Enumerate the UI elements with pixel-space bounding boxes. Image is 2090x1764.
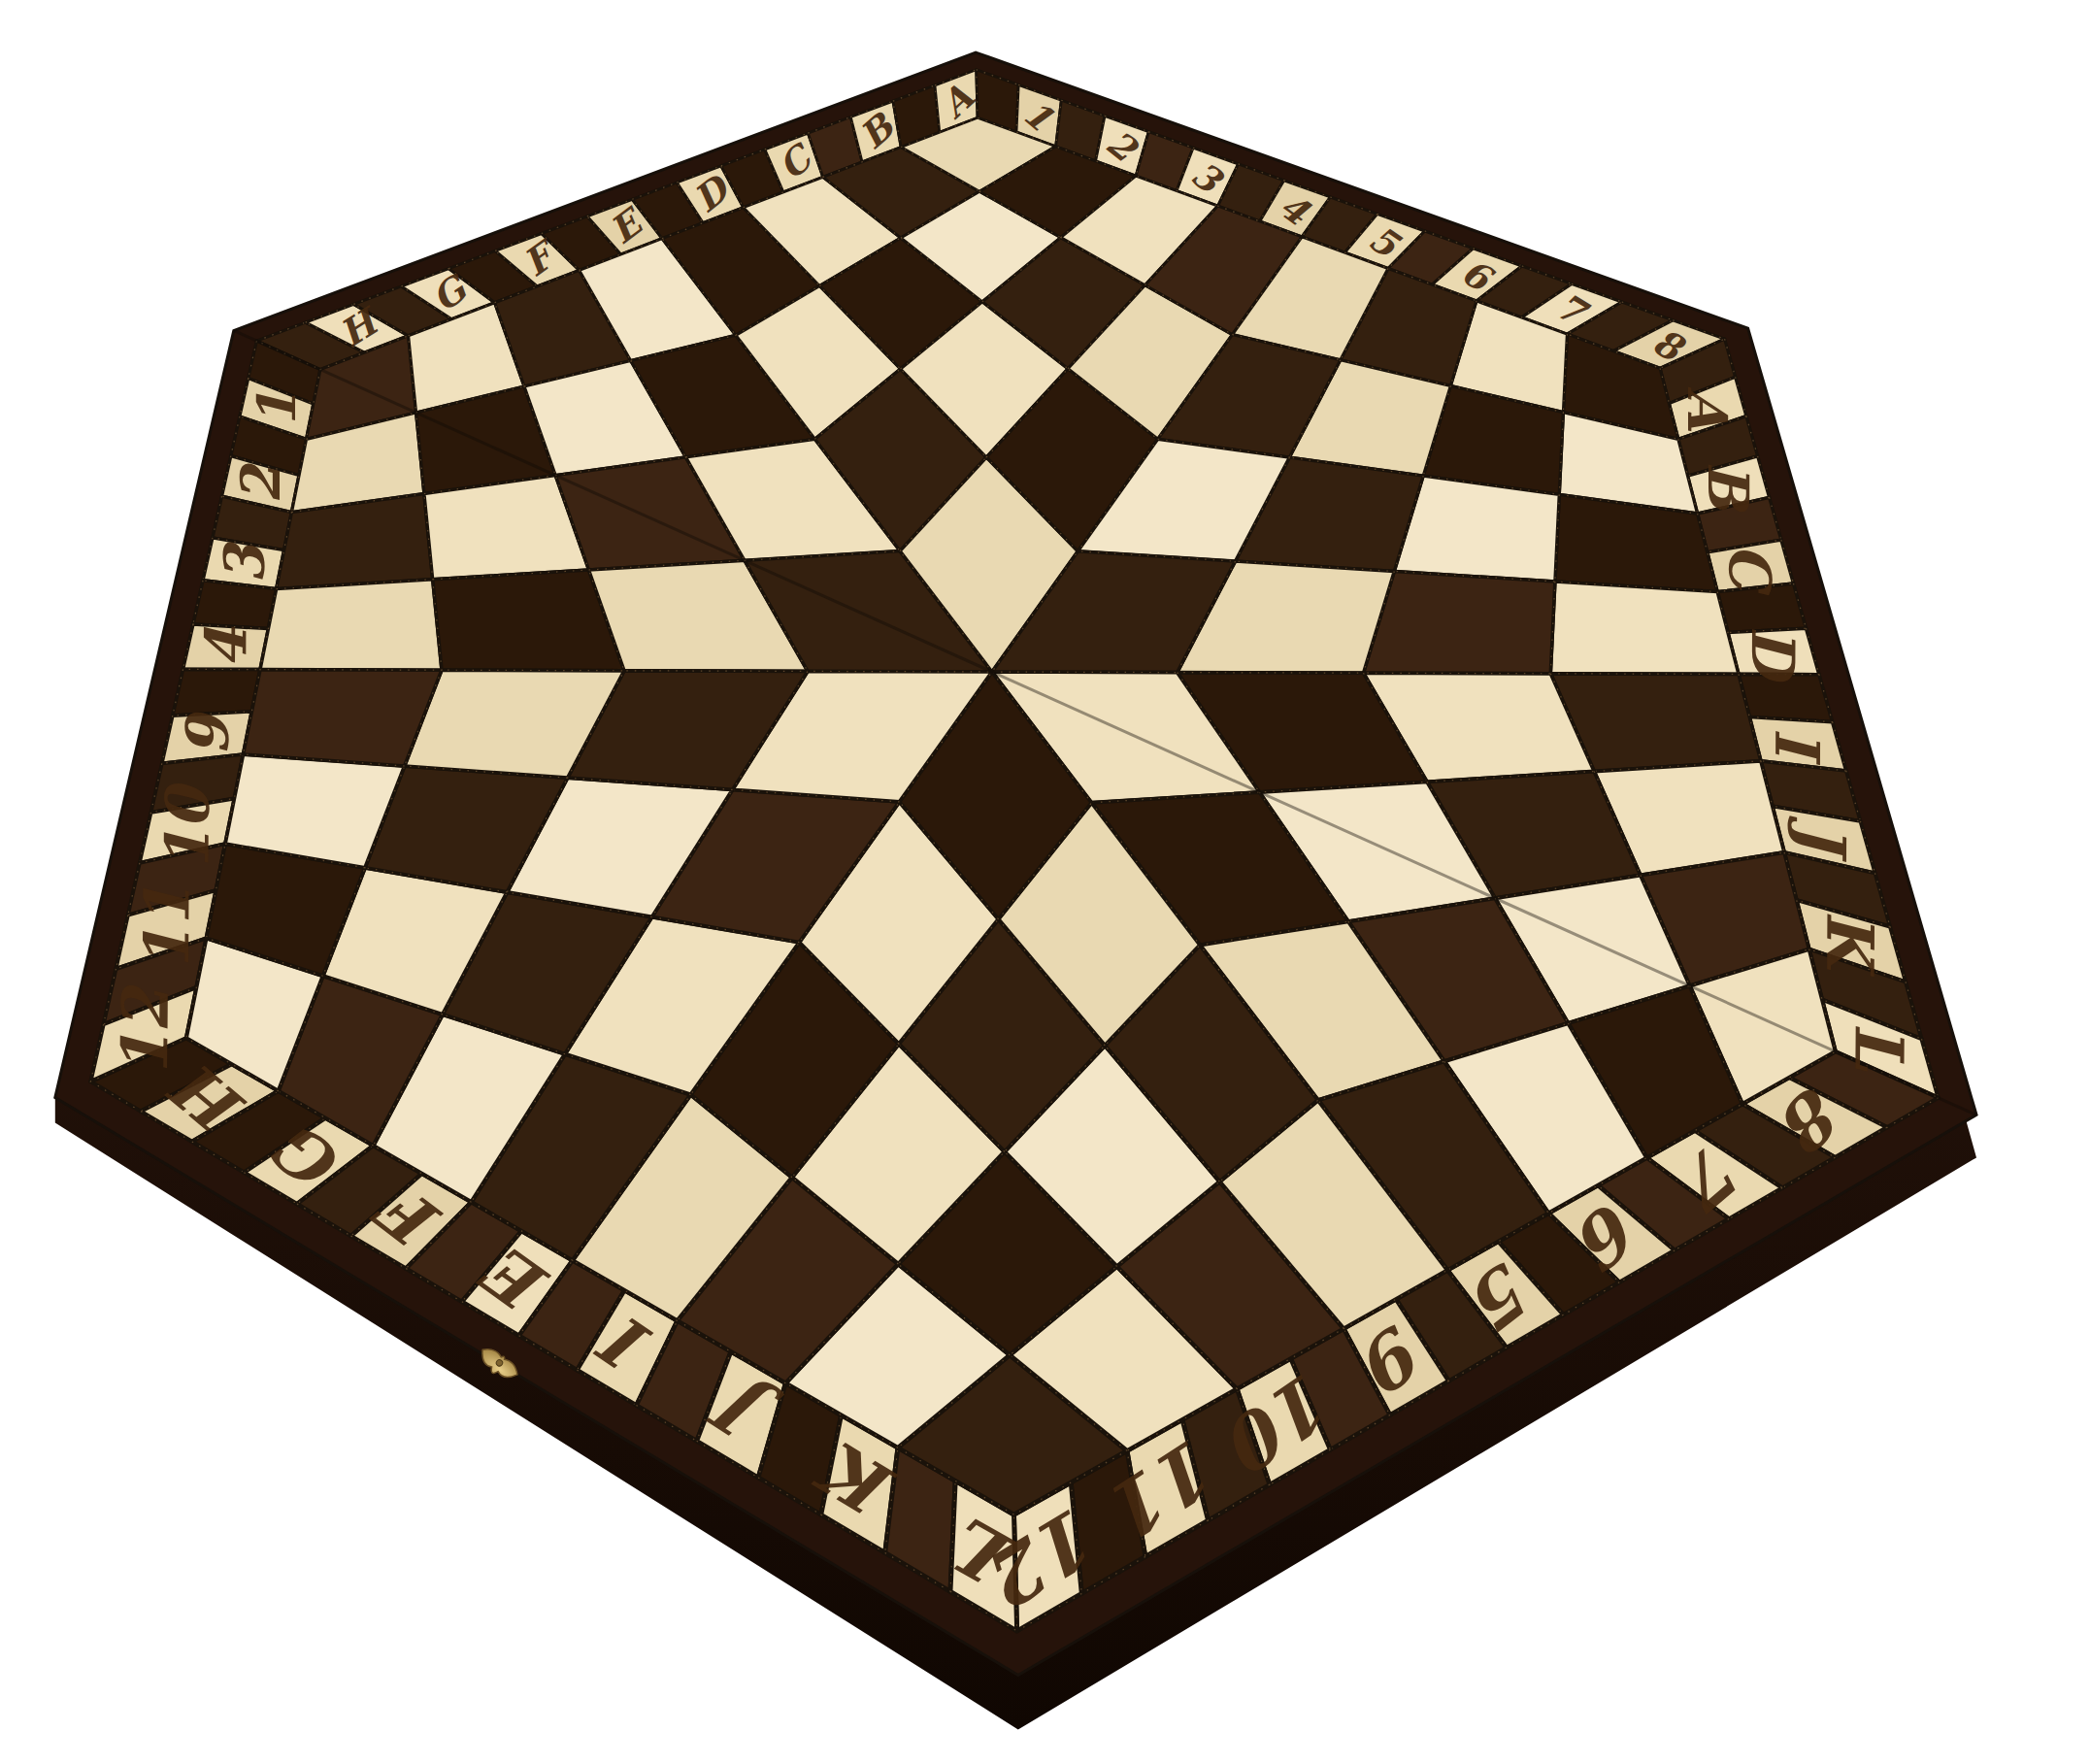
coord-label-left-10: 10 bbox=[152, 782, 223, 871]
coord-label-right-C: C bbox=[1716, 544, 1784, 596]
coord-label-left-9: 9 bbox=[174, 711, 242, 756]
coord-label-right-A: A bbox=[1675, 386, 1740, 432]
square-H9[interactable] bbox=[244, 670, 443, 766]
photo-stage: HGFEDCBA12345678ABCDIJKL87659101112HGFEI… bbox=[0, 0, 2090, 1764]
coord-label-left-3: 3 bbox=[212, 541, 277, 583]
coord-label-right-B: B bbox=[1695, 462, 1761, 514]
band-sep-right-6 bbox=[1717, 583, 1806, 633]
coord-label-left-11: 11 bbox=[130, 884, 204, 971]
square-H4[interactable] bbox=[260, 580, 442, 670]
band-sep-left-8 bbox=[173, 669, 260, 716]
three-player-chessboard: HGFEDCBA12345678ABCDIJKL87659101112HGFEI… bbox=[0, 0, 2090, 1764]
coord-label-left-2: 2 bbox=[229, 462, 292, 504]
coord-label-left-4: 4 bbox=[192, 625, 259, 667]
coord-label-left-12: 12 bbox=[107, 983, 182, 1077]
coord-label-right-D: D bbox=[1739, 626, 1808, 683]
band-sep-right-8 bbox=[1739, 674, 1833, 721]
coord-label-left-1: 1 bbox=[246, 391, 308, 428]
coord-label-right-L: L bbox=[1840, 1023, 1917, 1073]
square-D8[interactable] bbox=[1550, 582, 1739, 674]
square-D7[interactable] bbox=[1364, 572, 1555, 674]
